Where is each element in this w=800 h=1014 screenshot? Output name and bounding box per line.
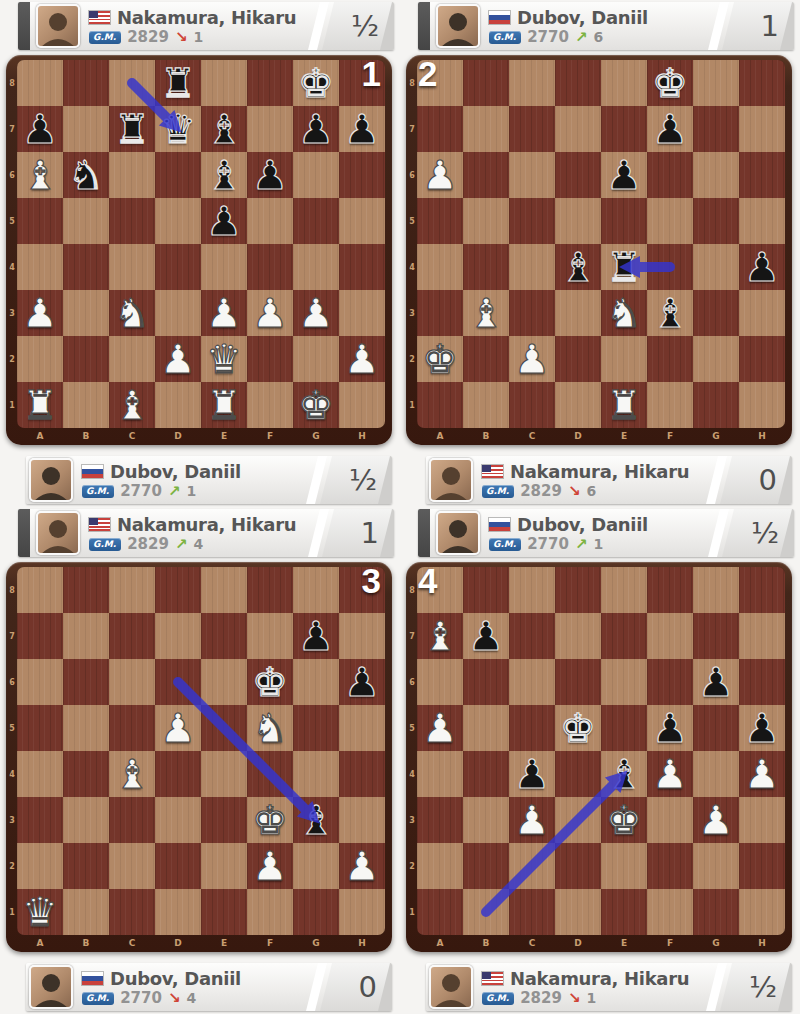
gm-title-badge: G.M.: [482, 485, 514, 498]
square-f8: [247, 60, 293, 106]
square-f6: ♟: [247, 152, 293, 198]
rank-label: 4: [7, 244, 17, 290]
rating-trend-value: 6: [587, 483, 597, 499]
square-e2: [601, 843, 647, 889]
square-g7: ♟: [293, 106, 339, 152]
square-g8: [693, 60, 739, 106]
square-e8: [201, 567, 247, 613]
square-e3: [201, 797, 247, 843]
square-h7: [339, 613, 385, 659]
black-pawn: ♟: [344, 662, 380, 702]
square-h6: [739, 659, 785, 705]
board-grid: ♟♚♟♟♞♝♚♝♟♟♛: [17, 567, 385, 935]
rank-coordinates: 87654321: [7, 567, 17, 935]
player-avatar: [29, 458, 73, 502]
white-bishop: ♝: [22, 155, 58, 195]
square-f5: [647, 198, 693, 244]
square-f1: [247, 382, 293, 428]
file-label: D: [155, 430, 201, 443]
square-h1: [339, 382, 385, 428]
square-f2: [647, 843, 693, 889]
square-f2: [647, 336, 693, 382]
file-label: A: [17, 430, 63, 443]
board-grid: ♚♟♟♟♝♜♟♝♞♝♚♟♜: [417, 60, 785, 428]
file-label: A: [17, 937, 63, 950]
square-b1: [63, 382, 109, 428]
player-name: Nakamura, Hikaru: [117, 7, 296, 28]
player-rating: 2829: [127, 535, 169, 553]
black-pawn: ♟: [514, 754, 550, 794]
square-f4: [247, 751, 293, 797]
white-king: ♚: [252, 800, 288, 840]
square-f7: [247, 106, 293, 152]
square-e2: [601, 336, 647, 382]
board-grid: ♝♟♟♟♚♟♟♟♝♟♟♟♚♟: [417, 567, 785, 935]
player-bar-top[interactable]: Dubov, Daniil G.M. 2770 ↗ 1 ½: [418, 509, 794, 557]
rank-label: 5: [7, 705, 17, 751]
square-b8: [63, 567, 109, 613]
player-bar-top[interactable]: Dubov, Daniil G.M. 2770 ↗ 6 1: [418, 2, 794, 50]
square-d7: [555, 613, 601, 659]
rank-label: 7: [407, 613, 417, 659]
rating-trend-up-icon: ↗: [575, 537, 588, 552]
square-f6: ♚: [247, 659, 293, 705]
square-e8: [601, 60, 647, 106]
rating-trend-value: 4: [194, 536, 204, 552]
black-rook: ♜: [606, 247, 642, 287]
square-b5: [463, 198, 509, 244]
square-f7: [247, 613, 293, 659]
player-rating: 2829: [520, 989, 562, 1007]
square-c4: [109, 244, 155, 290]
black-queen: ♛: [160, 109, 196, 149]
square-c7: [509, 106, 555, 152]
person-silhouette-icon: [431, 460, 471, 500]
white-pawn: ♟: [252, 846, 288, 886]
player-bar-bottom[interactable]: Dubov, Daniil G.M. 2770 ↘ 4 0: [26, 963, 392, 1011]
square-f3: ♟: [247, 290, 293, 336]
rating-trend-up-icon: ↗: [168, 484, 181, 499]
chess-board-3[interactable]: 87654321 ♟♚♟♟♞♝♚♝♟♟♛ ABCDEFGH 3: [6, 562, 392, 952]
file-label: G: [293, 430, 339, 443]
square-c6: [509, 659, 555, 705]
square-c7: [509, 613, 555, 659]
square-e4: [201, 244, 247, 290]
square-e6: ♟: [601, 152, 647, 198]
chess-board-2[interactable]: 87654321 ♚♟♟♟♝♜♟♝♞♝♚♟♜ ABCDEFGH 2: [406, 55, 792, 445]
player-name: Dubov, Daniil: [517, 514, 648, 535]
rank-label: 8: [407, 567, 417, 613]
square-g8: ♚: [293, 60, 339, 106]
player-avatar: [436, 511, 480, 555]
gm-title-badge: G.M.: [82, 992, 114, 1005]
white-knight: ♞: [114, 293, 150, 333]
player-info: Nakamura, Hikaru G.M. 2829 ↘ 1: [482, 967, 792, 1007]
player-avatar: [436, 4, 480, 48]
rating-trend-up-icon: ↗: [175, 537, 188, 552]
gm-title-badge: G.M.: [482, 992, 514, 1005]
square-b6: [463, 152, 509, 198]
rank-label: 3: [407, 290, 417, 336]
rank-label: 4: [407, 751, 417, 797]
square-d3: [155, 290, 201, 336]
gm-title-badge: G.M.: [89, 538, 121, 551]
square-g6: ♟: [693, 659, 739, 705]
square-c3: ♞: [109, 290, 155, 336]
white-knight: ♞: [606, 293, 642, 333]
square-g3: ♟: [693, 797, 739, 843]
square-e7: ♝: [201, 106, 247, 152]
black-pawn: ♟: [298, 616, 334, 656]
square-g8: [293, 567, 339, 613]
square-b4: [463, 244, 509, 290]
square-f7: [647, 613, 693, 659]
file-label: A: [417, 430, 463, 443]
square-b5: [63, 705, 109, 751]
rank-label: 1: [7, 889, 17, 935]
square-h2: [739, 843, 785, 889]
square-h6: ♟: [339, 659, 385, 705]
square-a5: [417, 198, 463, 244]
file-label: E: [201, 937, 247, 950]
square-a4: [417, 244, 463, 290]
rating-trend-down-icon: ↘: [568, 484, 581, 499]
square-g6: [293, 659, 339, 705]
file-label: B: [463, 430, 509, 443]
player-rating: 2770: [120, 482, 162, 500]
black-pawn: ♟: [698, 662, 734, 702]
player-name: Dubov, Daniil: [110, 461, 241, 482]
black-knight: ♞: [68, 155, 104, 195]
square-f1: [247, 889, 293, 935]
square-a8: [17, 60, 63, 106]
player-rating: 2770: [120, 989, 162, 1007]
square-e2: ♛: [201, 336, 247, 382]
rank-label: 5: [407, 198, 417, 244]
white-bishop: ♝: [114, 754, 150, 794]
square-h4: [339, 751, 385, 797]
player-avatar: [36, 511, 80, 555]
flag-ru-icon: [82, 465, 103, 478]
player-bar-top[interactable]: Nakamura, Hikaru G.M. 2829 ↘ 1 ½: [18, 2, 394, 50]
square-a3: [417, 290, 463, 336]
square-f8: ♚: [647, 60, 693, 106]
person-silhouette-icon: [431, 967, 471, 1007]
square-e3: ♚: [601, 797, 647, 843]
file-label: B: [463, 937, 509, 950]
square-d4: [555, 751, 601, 797]
white-knight: ♞: [252, 708, 288, 748]
black-bishop: ♝: [606, 754, 642, 794]
black-bishop: ♝: [206, 155, 242, 195]
person-silhouette-icon: [38, 6, 78, 46]
square-h8: [739, 567, 785, 613]
rating-trend-value: 1: [587, 990, 597, 1006]
square-h2: [739, 336, 785, 382]
white-king: ♚: [422, 339, 458, 379]
square-f1: [647, 382, 693, 428]
square-h2: ♟: [339, 336, 385, 382]
player-info: Nakamura, Hikaru G.M. 2829 ↗ 4: [89, 513, 394, 553]
file-label: H: [739, 937, 785, 950]
file-label: A: [417, 937, 463, 950]
square-f5: [247, 198, 293, 244]
square-g7: [693, 106, 739, 152]
square-a2: [17, 843, 63, 889]
file-label: E: [201, 430, 247, 443]
white-pawn: ♟: [652, 754, 688, 794]
square-e5: [601, 198, 647, 244]
white-pawn: ♟: [22, 293, 58, 333]
rating-trend-value: 1: [194, 29, 204, 45]
square-c1: ♝: [109, 382, 155, 428]
black-king: ♚: [560, 708, 596, 748]
square-f2: [247, 336, 293, 382]
rating-trend-up-icon: ↗: [575, 30, 588, 45]
player-bar-bottom[interactable]: Dubov, Daniil G.M. 2770 ↗ 1 ½: [26, 456, 392, 504]
square-h2: ♟: [339, 843, 385, 889]
square-d8: ♜: [155, 60, 201, 106]
square-a2: ♚: [417, 336, 463, 382]
file-label: D: [555, 937, 601, 950]
square-c2: [509, 843, 555, 889]
game-panel-4: Dubov, Daniil G.M. 2770 ↗ 1 ½ 87654321 ♝…: [400, 507, 800, 1014]
file-label: H: [339, 937, 385, 950]
square-f2: ♟: [247, 843, 293, 889]
rank-label: 3: [7, 797, 17, 843]
square-a1: [417, 889, 463, 935]
chess-board-1[interactable]: 87654321 ♜♚♟♜♛♝♟♟♝♞♝♟♟♟♞♟♟♟♟♛♟♜♝♜♚ ABCDE…: [6, 55, 392, 445]
square-e6: ♝: [201, 152, 247, 198]
square-g4: [693, 751, 739, 797]
square-a4: [17, 244, 63, 290]
square-g1: [693, 889, 739, 935]
square-g5: [693, 705, 739, 751]
white-rook: ♜: [606, 385, 642, 425]
square-c2: ♟: [509, 336, 555, 382]
rating-trend-value: 1: [594, 536, 604, 552]
black-pawn: ♟: [744, 708, 780, 748]
square-c4: ♝: [109, 751, 155, 797]
board-grid: ♜♚♟♜♛♝♟♟♝♞♝♟♟♟♞♟♟♟♟♛♟♜♝♜♚: [17, 60, 385, 428]
black-pawn: ♟: [344, 109, 380, 149]
square-b6: [463, 659, 509, 705]
square-c1: [509, 382, 555, 428]
left-edge-strip: [18, 509, 30, 557]
square-f1: [647, 889, 693, 935]
player-bar-bottom[interactable]: Nakamura, Hikaru G.M. 2829 ↘ 1 ½: [426, 963, 792, 1011]
flag-us-icon: [89, 518, 110, 531]
white-pawn: ♟: [744, 754, 780, 794]
file-label: F: [247, 937, 293, 950]
player-info: Dubov, Daniil G.M. 2770 ↗ 1: [82, 460, 392, 500]
file-coordinates: ABCDEFGH: [417, 937, 785, 950]
square-a7: [417, 106, 463, 152]
square-g2: [293, 843, 339, 889]
square-d7: ♛: [155, 106, 201, 152]
white-rook: ♜: [22, 385, 58, 425]
square-c3: [509, 290, 555, 336]
player-rating: 2829: [127, 28, 169, 46]
player-name: Dubov, Daniil: [517, 7, 648, 28]
square-a3: [17, 797, 63, 843]
square-d2: [155, 843, 201, 889]
square-g3: ♝: [293, 797, 339, 843]
rank-coordinates: 87654321: [407, 60, 417, 428]
square-d4: ♝: [555, 244, 601, 290]
person-silhouette-icon: [31, 967, 71, 1007]
square-c7: [109, 613, 155, 659]
player-bar-top[interactable]: Nakamura, Hikaru G.M. 2829 ↗ 4 1: [18, 509, 394, 557]
left-edge-strip: [418, 2, 430, 50]
black-pawn: ♟: [468, 616, 504, 656]
square-f3: [647, 797, 693, 843]
file-label: F: [647, 430, 693, 443]
square-b1: [63, 889, 109, 935]
black-pawn: ♟: [22, 109, 58, 149]
square-g3: [693, 290, 739, 336]
square-c1: [109, 889, 155, 935]
square-a6: ♟: [417, 152, 463, 198]
white-pawn: ♟: [298, 293, 334, 333]
black-bishop: ♝: [560, 247, 596, 287]
square-h1: [739, 382, 785, 428]
square-c5: [509, 705, 555, 751]
file-label: C: [509, 937, 555, 950]
rating-trend-value: 4: [187, 990, 197, 1006]
black-pawn: ♟: [206, 201, 242, 241]
chess-board-4[interactable]: 87654321 ♝♟♟♟♚♟♟♟♝♟♟♟♚♟ ABCDEFGH 4: [406, 562, 792, 952]
square-d1: [555, 382, 601, 428]
square-c6: [509, 152, 555, 198]
square-g4: [293, 751, 339, 797]
rating-trend-value: 6: [594, 29, 604, 45]
square-b6: [63, 659, 109, 705]
file-label: G: [693, 430, 739, 443]
square-c6: [109, 659, 155, 705]
square-e8: [201, 60, 247, 106]
square-d3: [155, 797, 201, 843]
square-b7: [463, 106, 509, 152]
square-a4: [417, 751, 463, 797]
file-label: D: [155, 937, 201, 950]
square-g5: [693, 198, 739, 244]
square-b4: [63, 244, 109, 290]
square-a6: ♝: [17, 152, 63, 198]
square-f5: ♟: [647, 705, 693, 751]
square-e4: ♜: [601, 244, 647, 290]
square-h8: [739, 60, 785, 106]
square-f4: [247, 244, 293, 290]
white-bishop: ♝: [422, 616, 458, 656]
file-label: E: [601, 430, 647, 443]
rating-trend-value: 1: [187, 483, 197, 499]
black-rook: ♜: [160, 63, 196, 103]
file-label: H: [339, 430, 385, 443]
white-pawn: ♟: [698, 800, 734, 840]
square-b3: [463, 797, 509, 843]
player-rating: 2770: [527, 535, 569, 553]
square-b8: [463, 60, 509, 106]
game-panel-2: Dubov, Daniil G.M. 2770 ↗ 6 1 87654321 ♚…: [400, 0, 800, 507]
square-c3: ♟: [509, 797, 555, 843]
rank-label: 4: [7, 751, 17, 797]
white-pawn: ♟: [344, 339, 380, 379]
rank-label: 6: [407, 659, 417, 705]
black-rook: ♜: [114, 109, 150, 149]
player-rating: 2829: [520, 482, 562, 500]
square-b3: [63, 797, 109, 843]
player-bar-bottom[interactable]: Nakamura, Hikaru G.M. 2829 ↘ 6 0: [426, 456, 792, 504]
square-d8: [555, 567, 601, 613]
rank-label: 8: [7, 60, 17, 106]
square-d6: [155, 659, 201, 705]
square-c8: [509, 567, 555, 613]
black-pawn: ♟: [252, 155, 288, 195]
rank-label: 6: [7, 659, 17, 705]
square-e3: ♟: [201, 290, 247, 336]
square-b8: [63, 60, 109, 106]
square-h5: ♟: [739, 705, 785, 751]
flag-us-icon: [482, 972, 503, 985]
square-c5: [509, 198, 555, 244]
white-bishop: ♝: [114, 385, 150, 425]
square-c5: [109, 198, 155, 244]
player-name: Nakamura, Hikaru: [510, 461, 689, 482]
file-label: B: [63, 430, 109, 443]
file-label: B: [63, 937, 109, 950]
square-g2: [693, 336, 739, 382]
square-f8: [647, 567, 693, 613]
file-label: F: [647, 937, 693, 950]
square-h7: ♟: [339, 106, 385, 152]
square-d8: [155, 567, 201, 613]
rank-label: 5: [407, 705, 417, 751]
square-d4: [155, 751, 201, 797]
square-g8: [693, 567, 739, 613]
square-e1: [601, 889, 647, 935]
square-f5: ♞: [247, 705, 293, 751]
player-name: Nakamura, Hikaru: [117, 514, 296, 535]
square-c1: [509, 889, 555, 935]
square-a1: [417, 382, 463, 428]
square-d6: [555, 659, 601, 705]
square-a6: [417, 659, 463, 705]
rank-label: 8: [407, 60, 417, 106]
square-e5: [201, 705, 247, 751]
square-g1: ♚: [293, 382, 339, 428]
square-b2: [463, 843, 509, 889]
player-avatar: [36, 4, 80, 48]
square-b5: [63, 198, 109, 244]
square-e5: [601, 705, 647, 751]
square-b8: [463, 567, 509, 613]
square-d3: [555, 797, 601, 843]
square-f3: ♚: [247, 797, 293, 843]
square-e2: [201, 843, 247, 889]
square-d1: [155, 382, 201, 428]
rank-label: 4: [407, 244, 417, 290]
square-f8: [247, 567, 293, 613]
square-a3: ♟: [17, 290, 63, 336]
square-f4: [647, 244, 693, 290]
square-e7: [201, 613, 247, 659]
rank-label: 1: [407, 889, 417, 935]
rank-coordinates: 87654321: [7, 60, 17, 428]
square-a5: [17, 198, 63, 244]
square-b5: [463, 705, 509, 751]
square-c2: [109, 336, 155, 382]
